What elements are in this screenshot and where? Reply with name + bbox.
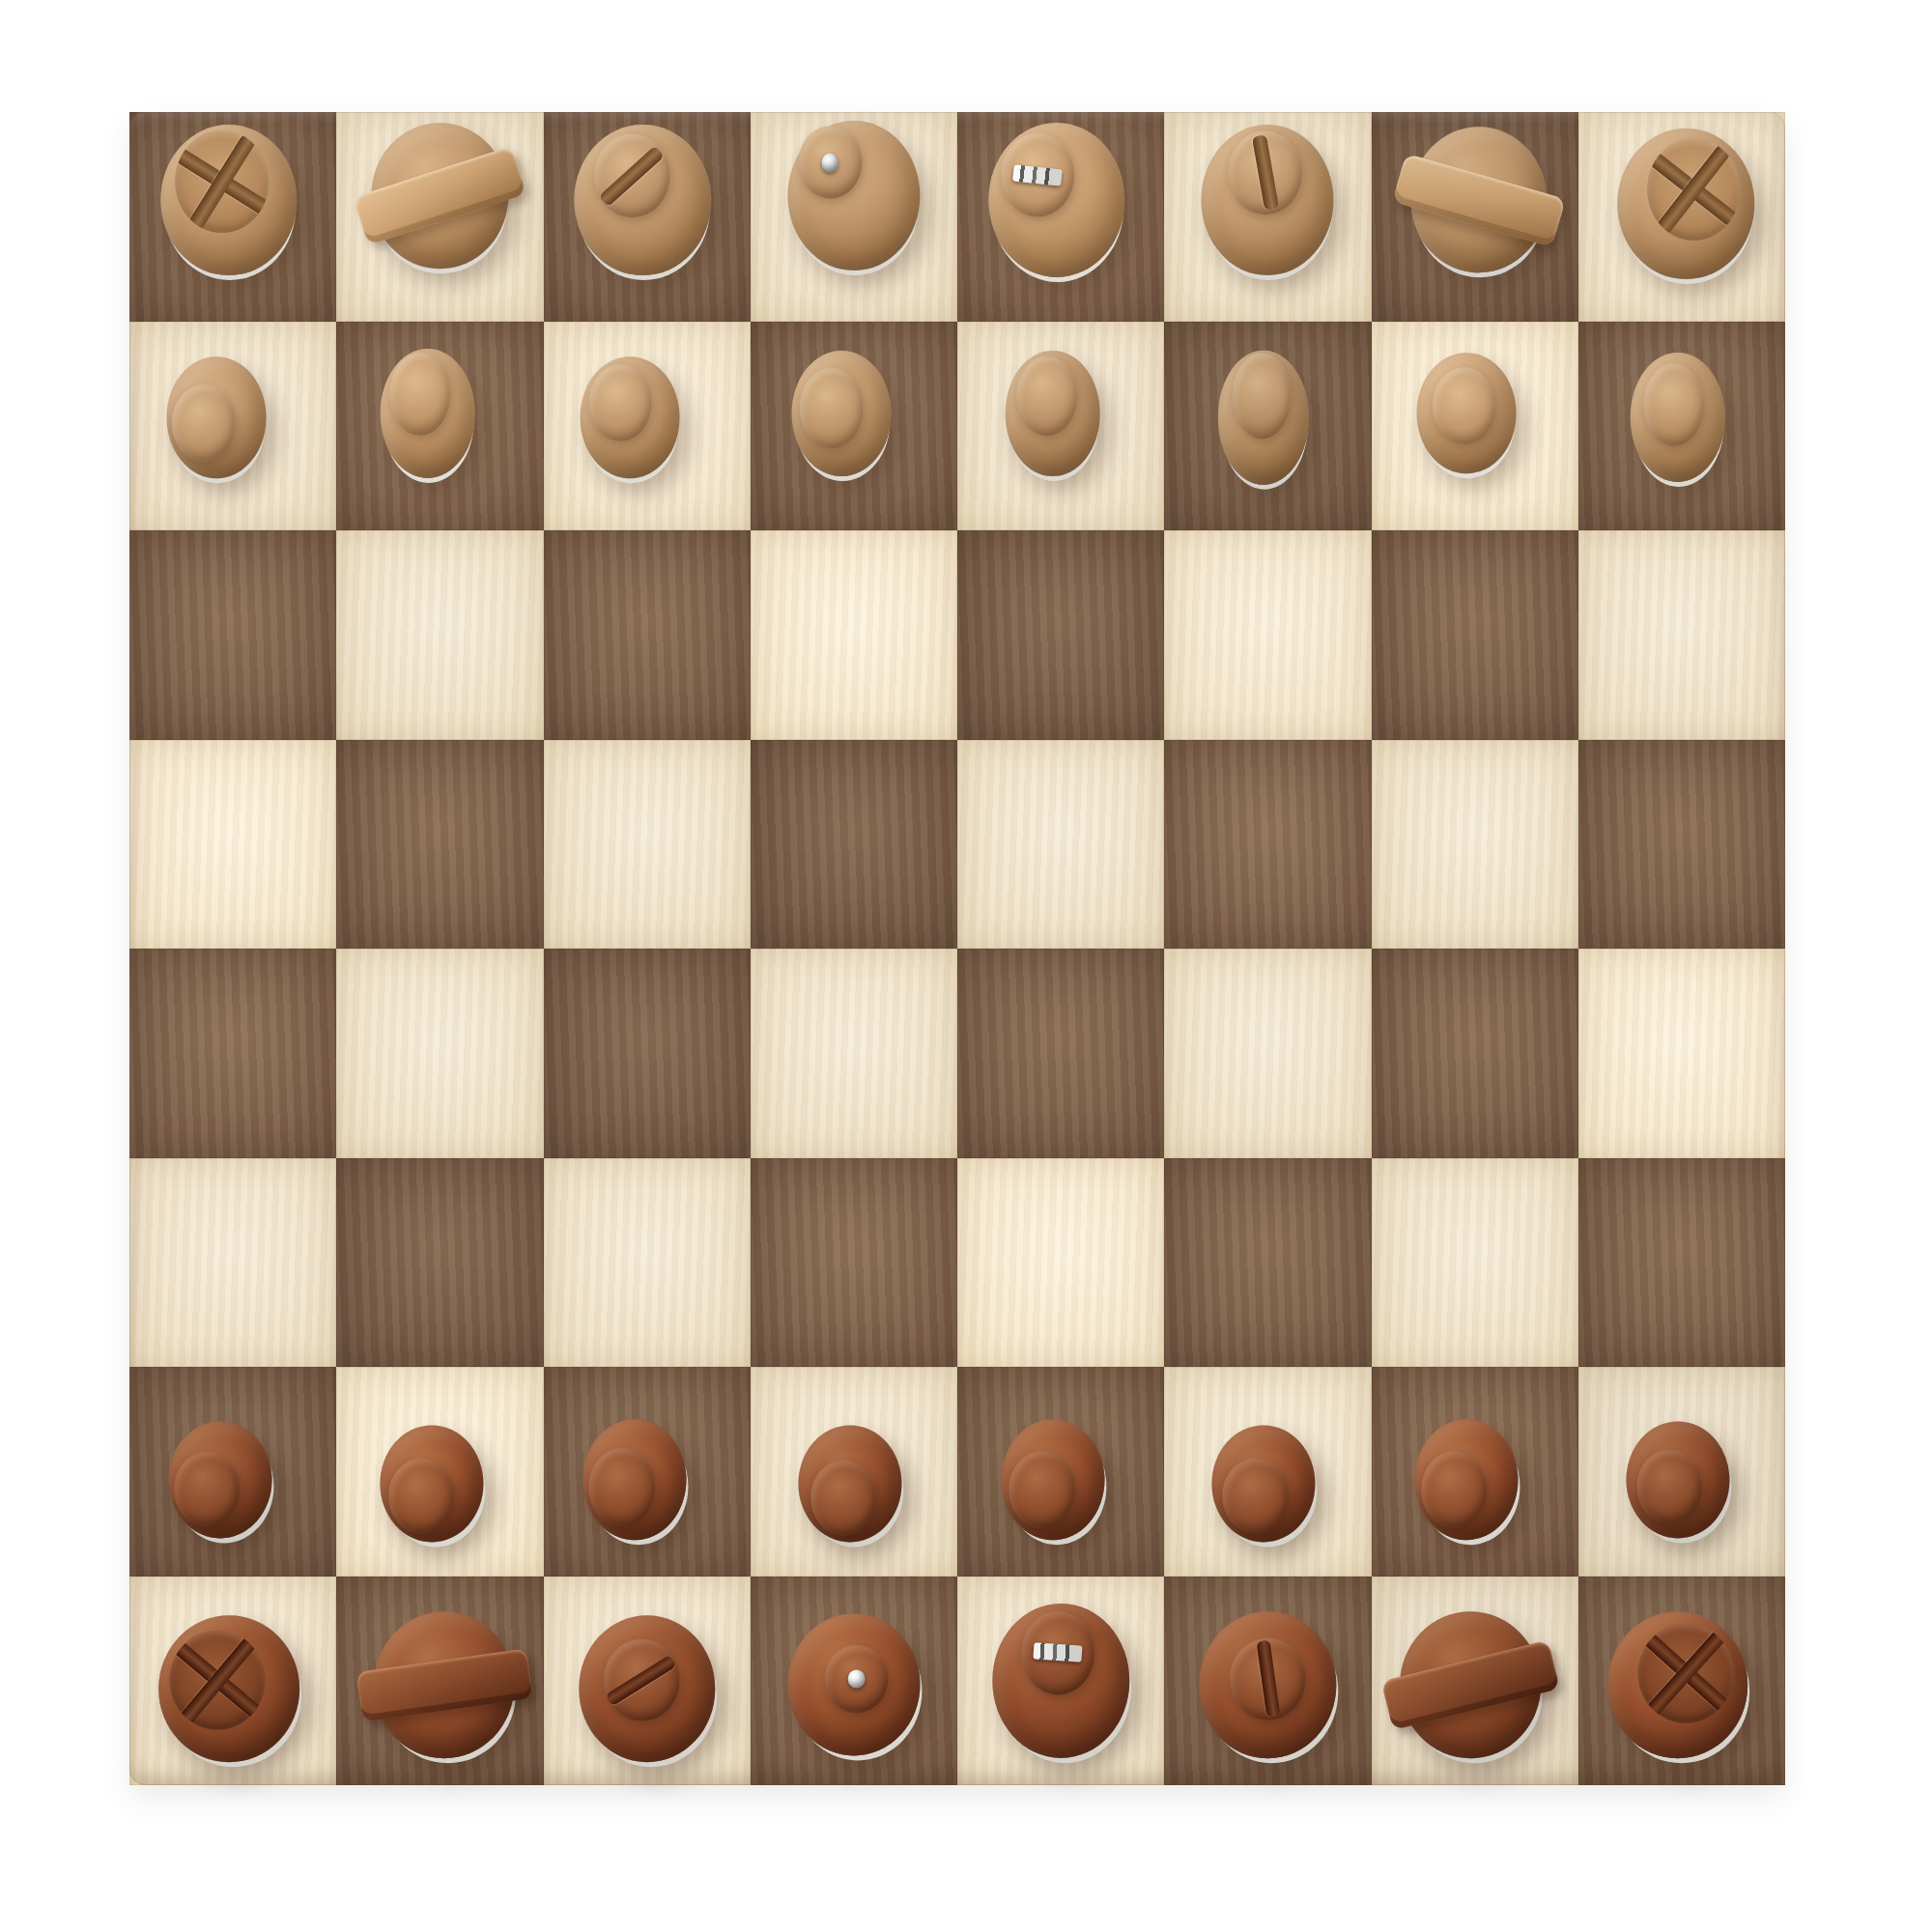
piece-black-pawn-f7[interactable]: ♟	[1218, 351, 1309, 485]
bishop-slot-mark	[1252, 135, 1279, 211]
square-b4[interactable]	[336, 949, 543, 1158]
square-c3[interactable]	[544, 1158, 751, 1368]
piece-black-queen-d8[interactable]: ♛	[787, 121, 920, 271]
piece-white-pawn-c2[interactable]: ♙	[582, 1419, 686, 1541]
piece-white-knight-b1[interactable]: ♘	[374, 1611, 515, 1758]
chess-board: ♜♞♝♛♚♝♞♜♟♟♟♟♟♟♟♟♙♙♙♙♙♙♙♙♖♘♗♕♔♗♘♖	[129, 112, 1785, 1785]
square-f5[interactable]	[1164, 740, 1371, 950]
piece-black-pawn-e7[interactable]: ♟	[1005, 351, 1100, 476]
piece-white-rook-h1[interactable]: ♖	[1607, 1611, 1748, 1758]
rook-top-face	[170, 1631, 266, 1730]
pawn-head	[810, 1461, 877, 1536]
bishop-slot-mark	[606, 1654, 678, 1706]
square-h3[interactable]	[1578, 1158, 1785, 1368]
piece-black-pawn-c7[interactable]: ♟	[581, 356, 680, 478]
square-b5[interactable]	[336, 740, 543, 950]
queen-head	[798, 127, 862, 199]
bishop-head	[1230, 1638, 1306, 1720]
square-c8[interactable]: ♝	[544, 112, 751, 322]
square-b1[interactable]: ♘	[336, 1577, 543, 1786]
pawn-head	[1009, 1451, 1076, 1528]
square-e5[interactable]	[957, 740, 1164, 950]
square-f1[interactable]: ♗	[1164, 1577, 1371, 1786]
bishop-slot-mark	[1256, 1640, 1280, 1718]
piece-black-knight-b8[interactable]: ♞	[372, 123, 508, 270]
square-b3[interactable]	[336, 1158, 543, 1368]
piece-white-queen-d1[interactable]: ♕	[787, 1613, 920, 1755]
pawn-head	[174, 1452, 241, 1527]
square-f4[interactable]	[1164, 949, 1371, 1158]
pawn-head	[1433, 367, 1496, 444]
pawn-head	[389, 353, 450, 436]
pawn-head	[1643, 363, 1704, 446]
square-f2[interactable]: ♙	[1164, 1367, 1371, 1577]
piece-white-pawn-e2[interactable]: ♙	[1001, 1419, 1104, 1541]
square-c1[interactable]: ♗	[544, 1577, 751, 1786]
square-g2[interactable]: ♙	[1372, 1367, 1578, 1577]
square-f3[interactable]	[1164, 1158, 1371, 1368]
square-a1[interactable]: ♖	[129, 1577, 336, 1786]
rook-cross-groove	[1655, 142, 1733, 237]
square-d4[interactable]	[751, 949, 957, 1158]
king-head	[1001, 133, 1074, 217]
square-e1[interactable]: ♔	[957, 1577, 1164, 1786]
piece-black-pawn-h7[interactable]: ♟	[1630, 353, 1725, 482]
piece-white-knight-g1[interactable]: ♘	[1400, 1611, 1541, 1758]
pawn-head	[1233, 354, 1291, 440]
pawn-head	[800, 368, 864, 448]
square-a7[interactable]: ♟	[129, 322, 336, 531]
square-d6[interactable]	[751, 530, 957, 740]
square-d8[interactable]: ♛	[751, 112, 957, 322]
square-d7[interactable]: ♟	[751, 322, 957, 531]
piece-white-pawn-f2[interactable]: ♙	[1212, 1426, 1316, 1543]
piece-black-rook-a8[interactable]: ♜	[160, 125, 297, 275]
square-a5[interactable]	[129, 740, 336, 950]
piece-black-pawn-d7[interactable]: ♟	[792, 351, 892, 476]
bishop-head	[1228, 130, 1302, 214]
piece-white-pawn-b2[interactable]: ♙	[380, 1426, 483, 1543]
piece-white-pawn-a2[interactable]: ♙	[169, 1421, 272, 1538]
square-h1[interactable]: ♖	[1578, 1577, 1785, 1786]
square-e3[interactable]	[957, 1158, 1164, 1368]
square-c5[interactable]	[544, 740, 751, 950]
square-e6[interactable]	[957, 530, 1164, 740]
square-h4[interactable]	[1578, 949, 1785, 1158]
queen-silver-bead	[848, 1670, 866, 1689]
photo-stage: ♜♞♝♛♚♝♞♜♟♟♟♟♟♟♟♟♙♙♙♙♙♙♙♙♖♘♗♕♔♗♘♖	[0, 0, 1932, 1932]
square-d5[interactable]	[751, 740, 957, 950]
piece-white-pawn-h2[interactable]: ♙	[1626, 1421, 1729, 1538]
piece-white-bishop-c1[interactable]: ♗	[579, 1616, 715, 1763]
square-e4[interactable]	[957, 949, 1164, 1158]
square-g3[interactable]	[1372, 1158, 1578, 1368]
square-a2[interactable]: ♙	[129, 1367, 336, 1577]
piece-black-king-e8[interactable]: ♚	[988, 123, 1124, 277]
square-b6[interactable]	[336, 530, 543, 740]
square-c7[interactable]: ♟	[544, 322, 751, 531]
square-a8[interactable]: ♜	[129, 112, 336, 322]
square-b7[interactable]: ♟	[336, 322, 543, 531]
square-g5[interactable]	[1372, 740, 1578, 950]
pawn-head	[1222, 1459, 1289, 1534]
piece-black-pawn-g7[interactable]: ♟	[1417, 353, 1517, 474]
piece-black-pawn-a7[interactable]: ♟	[167, 356, 267, 478]
queen-silver-bead	[821, 153, 838, 172]
rook-top-face	[1638, 1623, 1734, 1722]
square-d1[interactable]: ♕	[751, 1577, 957, 1786]
square-a4[interactable]	[129, 949, 336, 1158]
piece-white-king-e1[interactable]: ♔	[992, 1604, 1128, 1758]
square-f7[interactable]: ♟	[1164, 322, 1371, 531]
piece-black-bishop-f8[interactable]: ♝	[1202, 125, 1334, 275]
pawn-head	[388, 1459, 455, 1534]
piece-black-pawn-b7[interactable]: ♟	[380, 349, 475, 478]
bishop-slot-mark	[599, 145, 666, 207]
rook-top-face	[1648, 138, 1741, 241]
piece-black-bishop-c8[interactable]: ♝	[575, 125, 711, 275]
bishop-head	[603, 1639, 679, 1721]
square-g8[interactable]: ♞	[1372, 112, 1578, 322]
square-f6[interactable]	[1164, 530, 1371, 740]
king-crown-band	[1012, 164, 1063, 185]
square-e8[interactable]: ♚	[957, 112, 1164, 322]
square-d2[interactable]: ♙	[751, 1367, 957, 1577]
square-e2[interactable]: ♙	[957, 1367, 1164, 1577]
square-h6[interactable]	[1578, 530, 1785, 740]
square-g7[interactable]: ♟	[1372, 322, 1578, 531]
piece-white-rook-a1[interactable]: ♖	[158, 1616, 299, 1763]
rook-top-face	[176, 130, 269, 233]
pawn-head	[1636, 1449, 1703, 1524]
queen-head	[825, 1645, 889, 1714]
piece-white-pawn-d2[interactable]: ♙	[798, 1426, 901, 1543]
square-g1[interactable]: ♘	[1372, 1577, 1578, 1786]
square-b2[interactable]: ♙	[336, 1367, 543, 1577]
pawn-head	[172, 384, 236, 462]
pawn-head	[588, 364, 652, 441]
piece-white-pawn-g2[interactable]: ♙	[1414, 1419, 1518, 1541]
square-h5[interactable]	[1578, 740, 1785, 950]
square-c4[interactable]	[544, 949, 751, 1158]
square-a3[interactable]	[129, 1158, 336, 1368]
king-head	[1021, 1611, 1094, 1695]
square-c2[interactable]: ♙	[544, 1367, 751, 1577]
rook-cross-groove	[186, 132, 257, 232]
piece-white-bishop-f1[interactable]: ♗	[1200, 1611, 1336, 1758]
square-h2[interactable]: ♙	[1578, 1367, 1785, 1577]
square-h8[interactable]: ♜	[1578, 112, 1785, 322]
piece-black-knight-g8[interactable]: ♞	[1410, 127, 1547, 273]
square-f8[interactable]: ♝	[1164, 112, 1371, 322]
square-g6[interactable]	[1372, 530, 1578, 740]
square-c6[interactable]	[544, 530, 751, 740]
bishop-head	[593, 133, 669, 217]
piece-black-rook-h8[interactable]: ♜	[1617, 128, 1753, 279]
king-crown-band	[1034, 1643, 1083, 1663]
pawn-head	[589, 1448, 656, 1525]
square-e7[interactable]: ♟	[957, 322, 1164, 531]
pawn-head	[1016, 355, 1077, 436]
square-h7[interactable]: ♟	[1578, 322, 1785, 531]
square-g4[interactable]	[1372, 949, 1578, 1158]
square-b8[interactable]: ♞	[336, 112, 543, 322]
square-d3[interactable]	[751, 1158, 957, 1368]
pawn-head	[1421, 1451, 1488, 1528]
square-a6[interactable]	[129, 530, 336, 740]
